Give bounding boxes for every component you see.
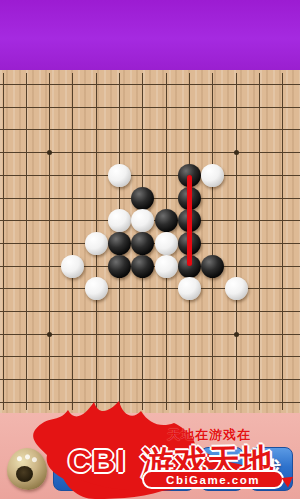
toolbar-button-1[interactable] xyxy=(53,447,97,491)
grid-vline xyxy=(26,73,27,410)
stone-bowl-mouth xyxy=(16,466,33,482)
black-stone xyxy=(131,187,154,210)
stone-bowl-icon xyxy=(7,444,47,492)
grid-hline xyxy=(0,107,300,108)
footer-bar: 局棋类戏 xyxy=(0,413,300,499)
grid-hline xyxy=(0,356,300,357)
star-point xyxy=(47,150,52,155)
white-stone xyxy=(85,277,108,300)
grid-hline xyxy=(0,129,300,130)
toolbar-button-2[interactable]: 局 xyxy=(102,447,146,491)
star-point xyxy=(234,150,239,155)
white-stone xyxy=(85,232,108,255)
stone-bowl-highlight xyxy=(11,452,41,466)
white-stone xyxy=(131,209,154,232)
white-stone xyxy=(155,232,178,255)
black-stone xyxy=(155,209,178,232)
black-stone xyxy=(131,255,154,278)
black-stone xyxy=(201,255,224,278)
grid-vline xyxy=(236,73,237,410)
grid-vline xyxy=(49,73,50,410)
top-banner xyxy=(0,0,300,70)
white-stone xyxy=(108,164,131,187)
black-stone xyxy=(131,232,154,255)
star-point xyxy=(47,332,52,337)
grid-hline xyxy=(0,379,300,380)
app-screen: 局棋类戏 天地在游戏在 CBI 游戏天地 CbiGame.com xyxy=(0,0,300,499)
white-stone xyxy=(225,277,248,300)
grid-hline xyxy=(0,84,300,85)
toolbar-button-5[interactable]: 戏 xyxy=(249,447,293,491)
white-stone xyxy=(201,164,224,187)
toolbar-button-4[interactable]: 类 xyxy=(200,447,244,491)
grid-hline xyxy=(0,152,300,153)
grid-hline xyxy=(0,311,300,312)
grid-vline xyxy=(282,73,283,410)
grid-vline xyxy=(259,73,260,410)
grid-hline xyxy=(0,288,300,289)
win-line xyxy=(187,175,192,266)
grid-hline xyxy=(0,175,300,176)
black-stone xyxy=(108,232,131,255)
white-stone xyxy=(155,255,178,278)
white-stone xyxy=(61,255,84,278)
toolbar-button-3[interactable]: 棋 xyxy=(151,447,195,491)
white-stone xyxy=(178,277,201,300)
black-stone xyxy=(108,255,131,278)
grid-hline xyxy=(0,402,300,403)
grid-vline xyxy=(212,73,213,410)
gomoku-board[interactable] xyxy=(0,70,300,413)
white-stone xyxy=(108,209,131,232)
star-point xyxy=(234,332,239,337)
grid-hline xyxy=(0,334,300,335)
grid-vline xyxy=(72,73,73,410)
grid-vline xyxy=(3,73,4,410)
